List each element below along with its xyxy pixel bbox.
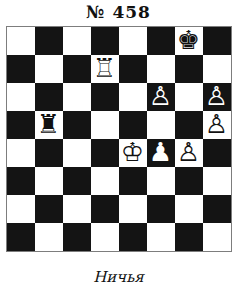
square-f8[interactable]	[147, 27, 175, 55]
white-king-e4: ♔	[121, 139, 144, 165]
square-e1[interactable]	[119, 223, 147, 251]
square-b3[interactable]	[35, 167, 63, 195]
square-f6[interactable]: ♙	[147, 83, 175, 111]
square-c2[interactable]	[63, 195, 91, 223]
square-c7[interactable]	[63, 55, 91, 83]
square-d2[interactable]	[91, 195, 119, 223]
square-e2[interactable]	[119, 195, 147, 223]
square-g6[interactable]	[175, 83, 203, 111]
square-h7[interactable]	[203, 55, 231, 83]
square-e4[interactable]: ♔	[119, 139, 147, 167]
square-h6[interactable]: ♙	[203, 83, 231, 111]
square-d8[interactable]	[91, 27, 119, 55]
square-g8[interactable]: ♚	[175, 27, 203, 55]
square-h8[interactable]	[203, 27, 231, 55]
white-pawn-h5: ♙	[205, 111, 228, 137]
chess-board: ♚♖♙♙♜♙♔♟♙	[6, 26, 232, 252]
square-a4[interactable]	[7, 139, 35, 167]
square-b5[interactable]: ♜	[35, 111, 63, 139]
square-f1[interactable]	[147, 223, 175, 251]
square-d6[interactable]	[91, 83, 119, 111]
square-a7[interactable]	[7, 55, 35, 83]
square-b8[interactable]	[35, 27, 63, 55]
square-h2[interactable]	[203, 195, 231, 223]
square-d5[interactable]	[91, 111, 119, 139]
square-a8[interactable]	[7, 27, 35, 55]
square-g1[interactable]	[175, 223, 203, 251]
square-h3[interactable]	[203, 167, 231, 195]
square-f7[interactable]	[147, 55, 175, 83]
black-pawn-f4: ♟	[149, 139, 172, 165]
white-rook-d7: ♖	[93, 55, 116, 81]
puzzle-number-title: № 458	[0, 0, 237, 23]
square-e3[interactable]	[119, 167, 147, 195]
white-pawn-g4: ♙	[177, 139, 200, 165]
square-c6[interactable]	[63, 83, 91, 111]
square-b2[interactable]	[35, 195, 63, 223]
square-d3[interactable]	[91, 167, 119, 195]
square-c1[interactable]	[63, 223, 91, 251]
square-h4[interactable]	[203, 139, 231, 167]
square-a2[interactable]	[7, 195, 35, 223]
square-f3[interactable]	[147, 167, 175, 195]
square-g2[interactable]	[175, 195, 203, 223]
black-rook-b5: ♜	[37, 111, 60, 137]
square-b6[interactable]	[35, 83, 63, 111]
square-e5[interactable]	[119, 111, 147, 139]
result-caption: Ничья	[0, 268, 237, 286]
square-g7[interactable]	[175, 55, 203, 83]
square-a5[interactable]	[7, 111, 35, 139]
square-e6[interactable]	[119, 83, 147, 111]
square-f5[interactable]	[147, 111, 175, 139]
square-f2[interactable]	[147, 195, 175, 223]
square-b7[interactable]	[35, 55, 63, 83]
square-f4[interactable]: ♟	[147, 139, 175, 167]
square-d4[interactable]	[91, 139, 119, 167]
square-d7[interactable]: ♖	[91, 55, 119, 83]
square-a6[interactable]	[7, 83, 35, 111]
square-g4[interactable]: ♙	[175, 139, 203, 167]
square-g5[interactable]	[175, 111, 203, 139]
square-c5[interactable]	[63, 111, 91, 139]
square-b4[interactable]	[35, 139, 63, 167]
square-c4[interactable]	[63, 139, 91, 167]
square-b1[interactable]	[35, 223, 63, 251]
square-h1[interactable]	[203, 223, 231, 251]
square-e8[interactable]	[119, 27, 147, 55]
white-pawn-h6: ♙	[205, 83, 228, 109]
square-h5[interactable]: ♙	[203, 111, 231, 139]
square-c8[interactable]	[63, 27, 91, 55]
white-pawn-f6: ♙	[149, 83, 172, 109]
puzzle-diagram-page: № 458 ♚♖♙♙♜♙♔♟♙ Ничья	[0, 0, 237, 293]
black-king-g8: ♚	[177, 27, 200, 53]
square-a3[interactable]	[7, 167, 35, 195]
square-g3[interactable]	[175, 167, 203, 195]
square-a1[interactable]	[7, 223, 35, 251]
square-d1[interactable]	[91, 223, 119, 251]
square-e7[interactable]	[119, 55, 147, 83]
square-c3[interactable]	[63, 167, 91, 195]
